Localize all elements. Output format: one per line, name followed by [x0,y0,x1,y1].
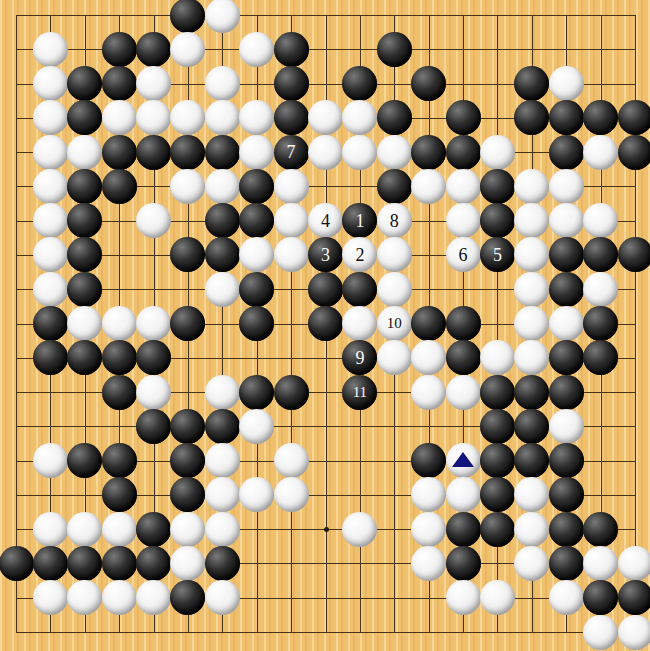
board-cell [360,426,394,460]
stone-black [102,546,137,581]
stone-white [549,66,584,101]
stone-black [239,272,274,307]
stone-black [549,135,584,170]
board-cell [326,15,360,49]
stone-black [480,409,515,444]
stone-white [205,272,240,307]
stone-white [102,100,137,135]
board-cell [291,563,325,597]
stone-black [583,512,618,547]
stone-black [480,375,515,410]
stone-black [446,512,481,547]
stone-black [136,409,171,444]
board-cell [326,426,360,460]
stone-black [446,100,481,135]
board-cell [463,15,497,49]
stone-white [136,375,171,410]
board-cell [601,15,635,49]
stone-white [583,272,618,307]
board-cell [601,49,635,83]
stone-black [205,409,240,444]
stone-white [514,512,549,547]
board-cell [326,563,360,597]
board-cell [360,461,394,495]
board-cell [429,15,463,49]
stone-black [274,66,309,101]
stone-white [549,580,584,615]
stone-white [239,135,274,170]
board-cell [257,529,291,563]
stone-black [102,477,137,512]
stone-white [411,546,446,581]
stone-black [308,306,343,341]
stone-white [205,477,240,512]
board-cell [119,255,153,289]
stone-black [102,32,137,67]
stone-black [274,100,309,135]
stone-white [136,203,171,238]
stone-black [480,443,515,478]
stone-black [136,512,171,547]
move-number-label: 2 [355,246,364,264]
stone-white [618,546,650,581]
stone-black [480,169,515,204]
stone-white [33,203,68,238]
stone-white [377,272,412,307]
stone-white [583,135,618,170]
move-number-label: 9 [355,349,364,367]
move-number-label: 1 [355,212,364,230]
stone-white [549,409,584,444]
stone-white: 8 [377,203,412,238]
stone-white [33,100,68,135]
stone-black [549,443,584,478]
stone-black [239,306,274,341]
stone-white [205,100,240,135]
move-number-label: 10 [387,316,402,331]
stone-black [239,375,274,410]
stone-white [308,135,343,170]
stone-white [205,66,240,101]
board-cell [394,598,428,632]
stone-white [33,272,68,307]
stone-black [274,32,309,67]
stone-white [205,375,240,410]
board-cell [360,598,394,632]
move-number-label: 3 [321,246,330,264]
stone-black [67,272,102,307]
move-number-label: 7 [287,143,296,161]
stone-white [583,615,618,650]
stone-black [33,306,68,341]
stone-white [33,443,68,478]
stone-black [102,169,137,204]
stone-white [411,375,446,410]
stone-black [342,272,377,307]
stone-white: 4 [308,203,343,238]
stone-black [205,135,240,170]
board-cell [326,461,360,495]
stone-white [411,512,446,547]
stone-white [274,477,309,512]
stone-black [170,135,205,170]
board-cell [360,563,394,597]
stone-white [446,375,481,410]
stone-white [33,169,68,204]
board-cell [497,15,531,49]
stone-black [549,237,584,272]
stone-white [136,66,171,101]
stone-black [583,306,618,341]
stone-white [33,66,68,101]
stone-white [342,512,377,547]
stone-black [549,477,584,512]
stone-white [480,135,515,170]
board-cell [463,49,497,83]
stone-white [205,169,240,204]
stone-black [377,32,412,67]
stone-black [549,546,584,581]
move-number-label: 5 [493,246,502,264]
stone-white [33,512,68,547]
stone-white [583,546,618,581]
board-cell [50,392,84,426]
stone-white: 10 [377,306,412,341]
stone-black [102,66,137,101]
stone-black [67,546,102,581]
stone-white [33,135,68,170]
stone-black [446,306,481,341]
stone-white [411,169,446,204]
board-cell [532,15,566,49]
stone-white [239,32,274,67]
stone-white: 6 [446,237,481,272]
board-cell [601,461,635,495]
stone-white [170,32,205,67]
stone-white [549,169,584,204]
stone-black [274,375,309,410]
stone-white [274,203,309,238]
stone-black [205,546,240,581]
stone-black [205,203,240,238]
stone-black [549,512,584,547]
stone-black [136,32,171,67]
stone-black [446,340,481,375]
stone-white [274,169,309,204]
stone-white [205,580,240,615]
stone-white [480,580,515,615]
stone-black [67,169,102,204]
board-cell [257,598,291,632]
stone-white [67,512,102,547]
stone-white [446,580,481,615]
stone-white [170,512,205,547]
stone-black [618,580,650,615]
stone-black [480,512,515,547]
board-cell [16,392,50,426]
stone-black [102,340,137,375]
stone-white [377,340,412,375]
stone-black [514,409,549,444]
stone-black [136,135,171,170]
stone-white [446,477,481,512]
stone-white [239,409,274,444]
stone-black [33,340,68,375]
stone-black [308,272,343,307]
stone-black [411,135,446,170]
board-cell [291,598,325,632]
board-cell [326,598,360,632]
move-number-label: 8 [390,212,399,230]
stone-black [618,135,650,170]
star-point [324,527,329,532]
stone-black [377,100,412,135]
stone-black [549,100,584,135]
move-number-label: 6 [459,246,468,264]
stone-black [239,169,274,204]
board-cell [601,392,635,426]
stone-black [0,546,34,581]
stone-white [102,306,137,341]
stone-white [33,32,68,67]
move-number-label: 4 [321,212,330,230]
stone-white [102,580,137,615]
board-cell [257,563,291,597]
stone-white [274,443,309,478]
stone-white [377,237,412,272]
stone-black [102,443,137,478]
stone-black [136,546,171,581]
stone-white [205,512,240,547]
board-cell [291,529,325,563]
stone-white [514,169,549,204]
stone-white [446,169,481,204]
stone-black [618,100,650,135]
stone-black [377,169,412,204]
stone-black [549,375,584,410]
stone-black [411,66,446,101]
stone-white [549,306,584,341]
stone-white [205,0,240,33]
stone-white [67,135,102,170]
stone-white [377,135,412,170]
stone-black [514,375,549,410]
stone-white [136,306,171,341]
stone-black [480,203,515,238]
stone-white [549,203,584,238]
stone-white [446,203,481,238]
stone-white [205,443,240,478]
go-board[interactable]: 7418326510911 [0,0,650,651]
stone-black: 7 [274,135,309,170]
stone-black [102,375,137,410]
stone-black [411,306,446,341]
stone-black [446,135,481,170]
stone-white [618,615,650,650]
stone-white [514,272,549,307]
stone-white [33,580,68,615]
stone-black: 11 [342,375,377,410]
stone-black [549,272,584,307]
stone-black [102,135,137,170]
board-cell [566,15,600,49]
stone-white [274,237,309,272]
stone-black [446,546,481,581]
stone-black [549,340,584,375]
triangle-marker [452,452,474,467]
stone-white [480,340,515,375]
stone-white [102,512,137,547]
stone-white [342,135,377,170]
stone-white [446,443,481,478]
stone-black [33,546,68,581]
move-number-label: 11 [353,385,367,400]
board-cell [601,426,635,460]
